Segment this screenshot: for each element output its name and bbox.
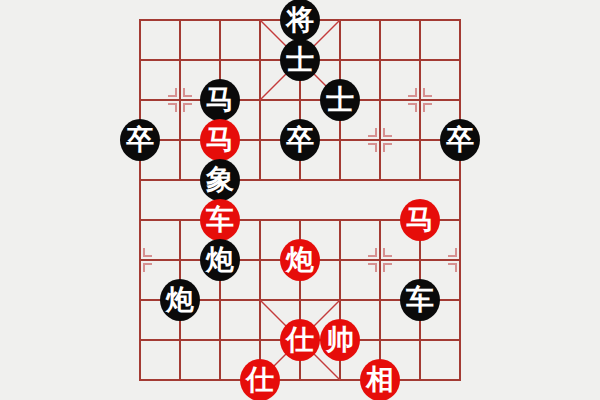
piece-red-general[interactable]: 帅 <box>320 320 360 360</box>
piece-black-general[interactable]: 将 <box>280 0 320 40</box>
piece-black-soldier[interactable]: 卒 <box>440 120 480 160</box>
piece-glyph: 卒 <box>280 119 320 161</box>
piece-black-chariot[interactable]: 车 <box>400 280 440 320</box>
piece-glyph: 车 <box>400 279 440 321</box>
piece-glyph: 马 <box>400 199 440 241</box>
piece-glyph: 马 <box>200 79 240 121</box>
piece-red-advisor[interactable]: 仕 <box>240 360 280 400</box>
piece-red-horse[interactable]: 马 <box>400 200 440 240</box>
piece-black-soldier[interactable]: 卒 <box>120 120 160 160</box>
xiangqi-app: 将 士 马 士 卒 马 卒 卒 象 车 马 炮 炮 炮 车 仕 <box>0 0 600 400</box>
piece-glyph: 车 <box>200 199 240 241</box>
piece-red-chariot[interactable]: 车 <box>200 200 240 240</box>
piece-glyph: 炮 <box>280 239 320 281</box>
piece-red-horse[interactable]: 马 <box>200 120 240 160</box>
piece-glyph: 将 <box>280 0 320 41</box>
piece-black-cannon[interactable]: 炮 <box>200 240 240 280</box>
piece-glyph: 相 <box>360 359 400 400</box>
piece-black-elephant[interactable]: 象 <box>200 160 240 200</box>
piece-red-elephant[interactable]: 相 <box>360 360 400 400</box>
piece-glyph: 帅 <box>320 319 360 361</box>
piece-black-advisor[interactable]: 士 <box>280 40 320 80</box>
piece-glyph: 仕 <box>240 359 280 400</box>
piece-glyph: 士 <box>280 39 320 81</box>
piece-glyph: 炮 <box>200 239 240 281</box>
piece-black-soldier[interactable]: 卒 <box>280 120 320 160</box>
piece-glyph: 炮 <box>160 279 200 321</box>
xiangqi-board[interactable]: 将 士 马 士 卒 马 卒 卒 象 车 马 炮 炮 炮 车 仕 <box>120 0 480 400</box>
piece-red-cannon[interactable]: 炮 <box>280 240 320 280</box>
piece-black-cannon[interactable]: 炮 <box>160 280 200 320</box>
piece-glyph: 士 <box>320 79 360 121</box>
piece-glyph: 仕 <box>280 319 320 361</box>
piece-glyph: 卒 <box>440 119 480 161</box>
piece-glyph: 象 <box>200 159 240 201</box>
piece-glyph: 卒 <box>120 119 160 161</box>
piece-black-horse[interactable]: 马 <box>200 80 240 120</box>
piece-black-advisor[interactable]: 士 <box>320 80 360 120</box>
piece-glyph: 马 <box>200 119 240 161</box>
piece-red-advisor[interactable]: 仕 <box>280 320 320 360</box>
